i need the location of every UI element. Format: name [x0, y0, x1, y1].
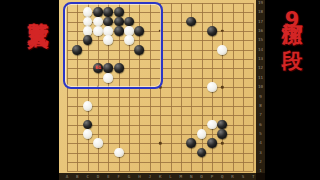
black-stone[interactable]	[186, 17, 196, 27]
row-number-label: 16	[258, 29, 263, 33]
column-letter-label: N	[190, 174, 193, 178]
row-number-label: 15	[258, 38, 263, 42]
right-coordinate-strip: 19181716151413121110987654321	[256, 0, 265, 180]
column-letter-label: O	[200, 174, 203, 178]
row-number-label: 19	[258, 1, 263, 5]
grid-line-horizontal	[67, 162, 253, 163]
white-stone[interactable]	[93, 138, 103, 148]
column-letter-label: A	[66, 174, 69, 178]
right-player-caption: 柯潔9段	[278, 6, 306, 34]
row-number-label: 12	[258, 66, 263, 70]
row-number-label: 10	[258, 85, 263, 89]
row-number-label: 6	[259, 122, 262, 126]
grid-line-horizontal	[67, 115, 253, 116]
black-stone[interactable]	[217, 129, 227, 139]
row-number-label: 17	[258, 20, 263, 24]
black-stone[interactable]	[186, 138, 196, 148]
grid-line-horizontal	[67, 97, 253, 98]
row-number-label: 9	[259, 94, 262, 98]
left-player-caption: 芝野虎丸名人	[24, 6, 52, 12]
grid-line-vertical	[253, 3, 254, 171]
row-number-label: 5	[259, 132, 262, 136]
white-stone[interactable]	[83, 101, 93, 111]
white-stone[interactable]	[207, 120, 217, 130]
column-letter-label: G	[128, 174, 131, 178]
column-letter-label: Q	[221, 174, 224, 178]
white-stone[interactable]	[83, 129, 93, 139]
row-number-label: 4	[259, 141, 262, 145]
grid-line-horizontal	[67, 153, 253, 154]
grid-line-horizontal	[67, 106, 253, 107]
white-stone[interactable]	[207, 82, 217, 92]
column-letter-label: S	[242, 174, 245, 178]
row-number-label: 13	[258, 57, 263, 61]
white-stone[interactable]	[197, 129, 207, 139]
video-frame: 61 ABCDEFGHJKLMNOPQRST 19181716151413121…	[0, 0, 320, 180]
row-number-label: 11	[258, 76, 263, 80]
row-number-label: 2	[259, 160, 262, 164]
row-number-label: 14	[258, 48, 263, 52]
column-letter-label: L	[169, 174, 172, 178]
column-letter-label: H	[138, 174, 141, 178]
column-letter-label: B	[76, 174, 79, 178]
black-stone[interactable]	[207, 138, 217, 148]
column-letter-label: T	[252, 174, 255, 178]
bottom-coordinate-strip: ABCDEFGHJKLMNOPQRST	[59, 173, 265, 180]
row-number-label: 7	[259, 113, 262, 117]
column-letter-label: M	[180, 174, 183, 178]
column-letter-label: R	[231, 174, 234, 178]
black-stone[interactable]	[197, 148, 207, 158]
row-number-label: 18	[258, 10, 263, 14]
column-letter-label: C	[86, 174, 89, 178]
row-number-label: 8	[259, 104, 262, 108]
column-letter-label: F	[117, 174, 120, 178]
row-number-label: 3	[259, 150, 262, 154]
white-stone[interactable]	[114, 148, 124, 158]
column-letter-label: J	[149, 174, 152, 178]
column-letter-label: K	[159, 174, 162, 178]
black-stone[interactable]	[217, 120, 227, 130]
column-letter-label: D	[97, 174, 100, 178]
row-number-label: 1	[259, 169, 262, 173]
white-stone[interactable]	[217, 45, 227, 55]
black-stone[interactable]	[83, 120, 93, 130]
column-letter-label: E	[107, 174, 110, 178]
black-stone[interactable]	[207, 26, 217, 36]
column-letter-label: P	[211, 174, 214, 178]
highlight-rectangle	[63, 2, 163, 89]
